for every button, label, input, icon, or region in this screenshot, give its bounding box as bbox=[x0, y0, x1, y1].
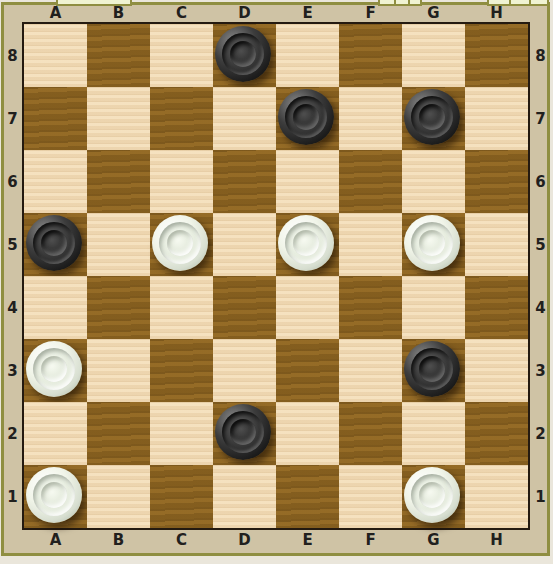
cropped-button-fragment bbox=[487, 0, 549, 6]
square-h8[interactable] bbox=[465, 24, 528, 87]
square-e2[interactable] bbox=[276, 402, 339, 465]
square-g4[interactable] bbox=[402, 276, 465, 339]
square-c2[interactable] bbox=[150, 402, 213, 465]
square-g5[interactable] bbox=[402, 213, 465, 276]
checkers-app: { "game": "checkers", "board": { "files"… bbox=[0, 0, 553, 564]
square-f6[interactable] bbox=[339, 150, 402, 213]
checker-black-g3[interactable] bbox=[404, 341, 460, 397]
square-d8[interactable] bbox=[213, 24, 276, 87]
checker-center bbox=[419, 482, 445, 508]
file-label-f: F bbox=[339, 532, 402, 549]
checker-black-d2[interactable] bbox=[215, 404, 271, 460]
file-label-c: C bbox=[150, 532, 213, 549]
file-label-d: D bbox=[213, 532, 276, 549]
checker-center bbox=[41, 482, 67, 508]
square-h1[interactable] bbox=[465, 465, 528, 528]
square-b4[interactable] bbox=[87, 276, 150, 339]
checker-black-e7[interactable] bbox=[278, 89, 334, 145]
rank-labels-right: 87654321 bbox=[532, 24, 549, 528]
square-d2[interactable] bbox=[213, 402, 276, 465]
rank-label-3: 3 bbox=[4, 339, 21, 402]
checker-center bbox=[230, 419, 256, 445]
rank-label-4: 4 bbox=[4, 276, 21, 339]
checker-black-d8[interactable] bbox=[215, 26, 271, 82]
file-label-g: G bbox=[402, 532, 465, 549]
square-b1[interactable] bbox=[87, 465, 150, 528]
square-g3[interactable] bbox=[402, 339, 465, 402]
square-a2[interactable] bbox=[24, 402, 87, 465]
checker-center bbox=[41, 356, 67, 382]
square-f3[interactable] bbox=[339, 339, 402, 402]
square-h4[interactable] bbox=[465, 276, 528, 339]
checker-black-a5[interactable] bbox=[26, 215, 82, 271]
square-d7[interactable] bbox=[213, 87, 276, 150]
file-label-a: A bbox=[24, 532, 87, 549]
square-g7[interactable] bbox=[402, 87, 465, 150]
square-f5[interactable] bbox=[339, 213, 402, 276]
file-label-b: B bbox=[87, 5, 150, 22]
square-f1[interactable] bbox=[339, 465, 402, 528]
checker-center bbox=[230, 41, 256, 67]
square-d4[interactable] bbox=[213, 276, 276, 339]
square-d6[interactable] bbox=[213, 150, 276, 213]
checker-white-c5[interactable] bbox=[152, 215, 208, 271]
square-e8[interactable] bbox=[276, 24, 339, 87]
square-b3[interactable] bbox=[87, 339, 150, 402]
board bbox=[22, 22, 530, 530]
square-a8[interactable] bbox=[24, 24, 87, 87]
rank-label-8: 8 bbox=[532, 24, 549, 87]
square-c3[interactable] bbox=[150, 339, 213, 402]
square-b8[interactable] bbox=[87, 24, 150, 87]
file-label-g: G bbox=[402, 5, 465, 22]
square-g6[interactable] bbox=[402, 150, 465, 213]
checker-white-g5[interactable] bbox=[404, 215, 460, 271]
file-label-d: D bbox=[213, 5, 276, 22]
square-a1[interactable] bbox=[24, 465, 87, 528]
square-b6[interactable] bbox=[87, 150, 150, 213]
square-e1[interactable] bbox=[276, 465, 339, 528]
checker-center bbox=[41, 230, 67, 256]
rank-label-3: 3 bbox=[532, 339, 549, 402]
rank-label-2: 2 bbox=[4, 402, 21, 465]
square-f8[interactable] bbox=[339, 24, 402, 87]
rank-label-6: 6 bbox=[532, 150, 549, 213]
square-b2[interactable] bbox=[87, 402, 150, 465]
file-label-h: H bbox=[465, 5, 528, 22]
square-e3[interactable] bbox=[276, 339, 339, 402]
square-e4[interactable] bbox=[276, 276, 339, 339]
square-a6[interactable] bbox=[24, 150, 87, 213]
cropped-button-fragment bbox=[378, 0, 422, 6]
square-c6[interactable] bbox=[150, 150, 213, 213]
file-label-a: A bbox=[24, 5, 87, 22]
rank-label-1: 1 bbox=[4, 465, 21, 528]
rank-label-2: 2 bbox=[532, 402, 549, 465]
square-f7[interactable] bbox=[339, 87, 402, 150]
square-a7[interactable] bbox=[24, 87, 87, 150]
checker-center bbox=[419, 230, 445, 256]
square-g1[interactable] bbox=[402, 465, 465, 528]
cropped-toolbar-strip bbox=[0, 0, 553, 6]
file-labels-top: ABCDEFGH bbox=[24, 5, 528, 22]
checker-center bbox=[419, 104, 445, 130]
checker-black-g7[interactable] bbox=[404, 89, 460, 145]
square-a4[interactable] bbox=[24, 276, 87, 339]
checker-center bbox=[419, 356, 445, 382]
file-labels-bottom: ABCDEFGH bbox=[24, 532, 528, 549]
square-f4[interactable] bbox=[339, 276, 402, 339]
square-d3[interactable] bbox=[213, 339, 276, 402]
file-label-f: F bbox=[339, 5, 402, 22]
rank-label-7: 7 bbox=[4, 87, 21, 150]
square-c7[interactable] bbox=[150, 87, 213, 150]
square-c8[interactable] bbox=[150, 24, 213, 87]
file-label-b: B bbox=[87, 532, 150, 549]
square-h2[interactable] bbox=[465, 402, 528, 465]
square-d1[interactable] bbox=[213, 465, 276, 528]
checker-white-e5[interactable] bbox=[278, 215, 334, 271]
checker-center bbox=[293, 230, 319, 256]
square-d5[interactable] bbox=[213, 213, 276, 276]
square-e5[interactable] bbox=[276, 213, 339, 276]
square-h3[interactable] bbox=[465, 339, 528, 402]
square-c1[interactable] bbox=[150, 465, 213, 528]
square-h5[interactable] bbox=[465, 213, 528, 276]
rank-label-6: 6 bbox=[4, 150, 21, 213]
rank-label-4: 4 bbox=[532, 276, 549, 339]
rank-label-7: 7 bbox=[532, 87, 549, 150]
rank-label-5: 5 bbox=[4, 213, 21, 276]
square-h7[interactable] bbox=[465, 87, 528, 150]
checker-white-a3[interactable] bbox=[26, 341, 82, 397]
file-label-c: C bbox=[150, 5, 213, 22]
square-e7[interactable] bbox=[276, 87, 339, 150]
cropped-button-fragment bbox=[56, 0, 132, 6]
checker-center bbox=[293, 104, 319, 130]
rank-label-1: 1 bbox=[532, 465, 549, 528]
rank-labels-left: 87654321 bbox=[4, 24, 21, 528]
file-label-e: E bbox=[276, 5, 339, 22]
square-c4[interactable] bbox=[150, 276, 213, 339]
square-f2[interactable] bbox=[339, 402, 402, 465]
square-h6[interactable] bbox=[465, 150, 528, 213]
square-c5[interactable] bbox=[150, 213, 213, 276]
rank-label-5: 5 bbox=[532, 213, 549, 276]
square-g2[interactable] bbox=[402, 402, 465, 465]
square-g8[interactable] bbox=[402, 24, 465, 87]
checker-white-g1[interactable] bbox=[404, 467, 460, 523]
square-b5[interactable] bbox=[87, 213, 150, 276]
file-label-h: H bbox=[465, 532, 528, 549]
square-a3[interactable] bbox=[24, 339, 87, 402]
square-a5[interactable] bbox=[24, 213, 87, 276]
square-b7[interactable] bbox=[87, 87, 150, 150]
file-label-e: E bbox=[276, 532, 339, 549]
checker-center bbox=[167, 230, 193, 256]
square-e6[interactable] bbox=[276, 150, 339, 213]
rank-label-8: 8 bbox=[4, 24, 21, 87]
checker-white-a1[interactable] bbox=[26, 467, 82, 523]
